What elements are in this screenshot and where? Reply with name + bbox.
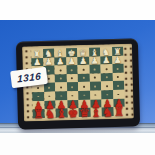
square-d8: ♛: [79, 108, 91, 117]
square-b5: [101, 81, 113, 90]
square-h8: ♜: [33, 109, 45, 118]
square-f1: ♝: [54, 48, 66, 57]
square-d3: [78, 65, 90, 74]
white-border-top: [0, 0, 155, 20]
square-e1: ♚: [66, 48, 78, 57]
square-c2: ♟: [89, 56, 101, 65]
square-d6: [78, 91, 90, 100]
square-b7: ♟: [101, 99, 113, 108]
square-f4: [55, 74, 67, 83]
square-f2: ♟: [54, 57, 66, 66]
square-f5: [55, 83, 67, 92]
square-b1: ♞: [100, 47, 112, 56]
square-a7: ♟: [113, 98, 125, 107]
square-e4: [66, 74, 78, 83]
photo-area: ♜♞♝♚♛♝♞♜♟♟♟♟♟♟♟♟♟♟♟♟♟♟♟♟♜♞♝♚♛♝♞♜ 1316: [0, 20, 155, 133]
square-d4: [78, 73, 90, 82]
square-a1: ♜: [112, 47, 124, 56]
square-c8: ♝: [90, 108, 102, 117]
square-e3: [66, 65, 78, 74]
photo-canvas: ♜♞♝♚♛♝♞♜♟♟♟♟♟♟♟♟♟♟♟♟♟♟♟♟♜♞♝♚♛♝♞♜ 1316: [0, 0, 155, 155]
square-e5: [66, 82, 78, 91]
square-a4: [112, 73, 124, 82]
square-c5: [89, 82, 101, 91]
square-g7: ♟: [44, 100, 56, 109]
square-c4: [89, 73, 101, 82]
square-c3: [89, 65, 101, 74]
square-g6: [44, 92, 56, 101]
square-d1: ♛: [77, 48, 89, 57]
square-f6: [55, 91, 67, 100]
square-b2: ♟: [100, 56, 112, 65]
square-c6: [90, 90, 102, 99]
square-g8: ♞: [44, 109, 56, 118]
piece-red-king: ♚: [68, 109, 79, 117]
piece-red-bishop: ♝: [91, 108, 102, 116]
piece-red-bishop: ♝: [56, 109, 67, 117]
square-c1: ♝: [89, 47, 101, 56]
square-b4: [101, 73, 113, 82]
square-a6: [113, 90, 125, 99]
square-h1: ♜: [31, 49, 43, 58]
square-a3: [112, 64, 124, 73]
square-b3: [100, 64, 112, 73]
piece-red-rook: ♜: [33, 110, 44, 118]
square-f8: ♝: [56, 108, 68, 117]
square-e2: ♟: [66, 57, 78, 66]
square-b6: [101, 90, 113, 99]
square-d2: ♟: [77, 56, 89, 65]
square-b8: ♞: [102, 107, 114, 116]
square-a5: [112, 81, 124, 90]
square-a2: ♟: [112, 55, 124, 64]
square-d7: ♟: [78, 99, 90, 108]
lot-number-text: 1316: [17, 70, 41, 84]
square-g1: ♞: [43, 49, 55, 58]
square-e6: [67, 91, 79, 100]
square-g5: [43, 83, 55, 92]
square-h7: ♟: [32, 100, 44, 109]
square-e8: ♚: [67, 108, 79, 117]
white-border-bottom: [0, 133, 155, 155]
piece-red-queen: ♛: [79, 108, 90, 116]
square-d5: [78, 82, 90, 91]
square-f7: ♟: [55, 100, 67, 109]
piece-red-rook: ♜: [113, 108, 124, 116]
square-h2: ♟: [31, 58, 43, 67]
square-f3: [55, 65, 67, 74]
square-a8: ♜: [113, 107, 125, 116]
square-h6: [32, 92, 44, 101]
square-c7: ♟: [90, 99, 102, 108]
square-g2: ♟: [43, 57, 55, 66]
square-e7: ♟: [67, 100, 79, 109]
piece-red-knight: ♞: [102, 108, 113, 116]
piece-red-knight: ♞: [45, 109, 56, 117]
